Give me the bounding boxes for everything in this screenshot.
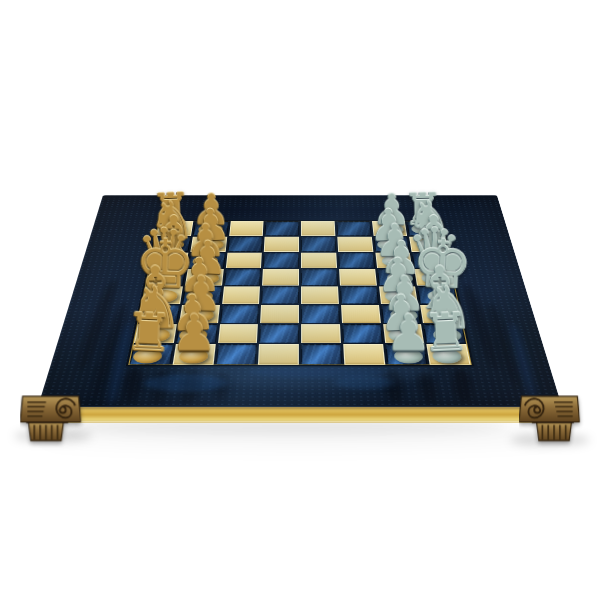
square-a4[interactable] (265, 221, 299, 235)
product-photo-page: ♜♞♝♛♚♝♞♜♟♟♟♟♟♟♟♟♟♟♟♟♟♟♟♟♜♞♝♛♚♝♞♜ (0, 0, 600, 600)
square-b4[interactable] (264, 237, 299, 252)
chess-board: ♜♞♝♛♚♝♞♜♟♟♟♟♟♟♟♟♟♟♟♟♟♟♟♟♜♞♝♛♚♝♞♜ (38, 195, 562, 407)
square-d4[interactable] (262, 269, 299, 286)
board-foot-left (20, 395, 81, 442)
piece-black-rook-h8[interactable]: ♜ (409, 301, 481, 356)
square-a3[interactable] (229, 221, 264, 235)
square-c5[interactable] (301, 252, 337, 268)
square-a5[interactable] (301, 221, 335, 235)
square-a7[interactable] (372, 221, 408, 235)
square-b3[interactable] (227, 237, 263, 252)
square-a6[interactable] (336, 221, 371, 235)
board-frame-front (38, 407, 562, 422)
scene: ♜♞♝♛♚♝♞♜♟♟♟♟♟♟♟♟♟♟♟♟♟♟♟♟♜♞♝♛♚♝♞♜ (0, 0, 600, 600)
square-c4[interactable] (263, 252, 299, 268)
ionic-volute-icon (20, 395, 81, 442)
square-d5[interactable] (301, 269, 338, 286)
board-foot-right (519, 395, 580, 442)
piece-glyph: ♟ (171, 308, 216, 358)
piece-white-pawn-h2[interactable]: ♟ (158, 304, 228, 354)
piece-glyph: ♜ (420, 305, 469, 359)
ionic-volute-icon (519, 395, 580, 442)
square-b5[interactable] (301, 237, 336, 252)
